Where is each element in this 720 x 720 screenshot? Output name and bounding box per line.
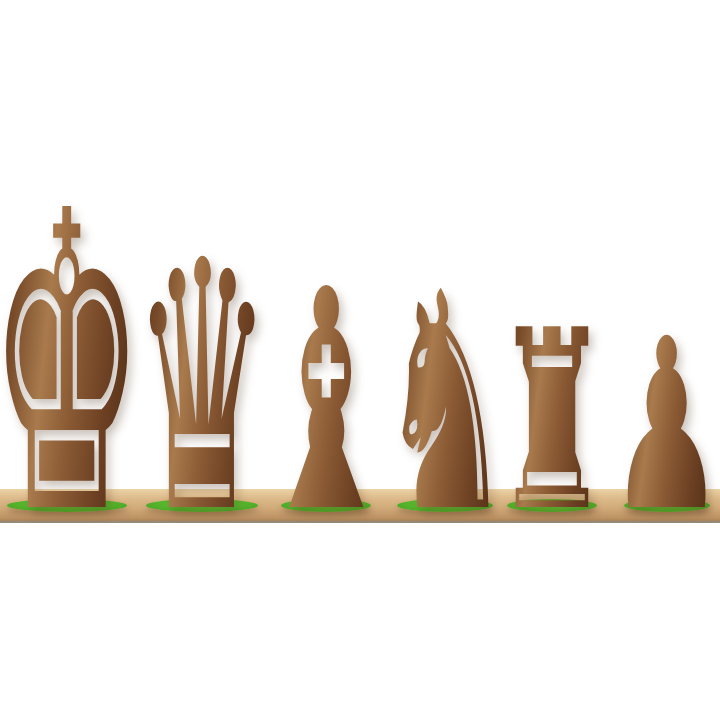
rook-piece: ♜ [402, 297, 702, 507]
king-piece: ♚ [0, 159, 217, 507]
queen-piece: ♛ [52, 216, 352, 507]
bishop-piece: ♝ [176, 250, 476, 507]
felt-pad-king [7, 499, 127, 512]
felt-pad-bishop [281, 499, 371, 512]
felt-pad-knight [397, 499, 493, 512]
knight-piece: ♞ [295, 254, 595, 508]
felt-pad-pawn [624, 499, 710, 512]
chess-pieces-photo: ♚ ♛ ♝ ♞ ♜ ♟ [0, 0, 720, 720]
pawn-piece: ♟ [517, 308, 720, 507]
felt-pad-rook [507, 499, 597, 512]
felt-pad-queen [146, 499, 258, 512]
